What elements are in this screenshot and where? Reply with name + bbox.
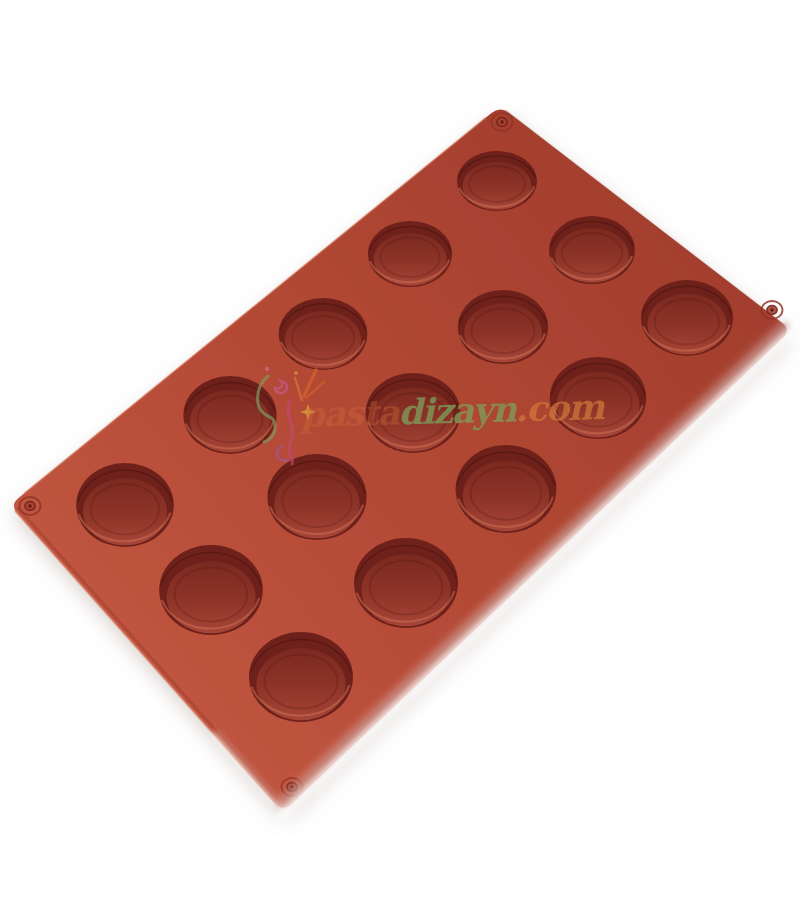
mold-cavity — [641, 280, 733, 356]
mold-cavity — [456, 445, 557, 533]
silicone-mold — [0, 0, 800, 923]
mold-cavity — [354, 538, 458, 628]
mold-cavity — [279, 298, 368, 370]
mold-cavity — [267, 454, 366, 540]
mold-cavity — [549, 216, 635, 284]
mold-cavity — [76, 463, 174, 547]
product-photo-stage: pastadizayn.com — [0, 0, 800, 923]
mold-cavity — [159, 545, 263, 635]
mold-cavity — [458, 290, 548, 364]
mold-cavity — [368, 221, 452, 287]
mold-cavity — [366, 373, 461, 453]
mold-cavity — [550, 357, 646, 439]
mold-cavity — [183, 376, 276, 454]
mold-cavity — [249, 632, 353, 722]
mold-cavity — [457, 151, 537, 211]
